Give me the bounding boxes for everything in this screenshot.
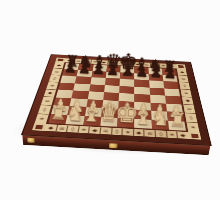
square-e1: ♚ bbox=[117, 118, 134, 128]
corner-motif bbox=[176, 64, 186, 69]
piece-white-pawn: ♟ bbox=[102, 100, 118, 117]
brass-clasp bbox=[109, 143, 117, 148]
square-g4 bbox=[150, 95, 166, 104]
square-e4 bbox=[119, 93, 135, 102]
chess-board: ◆≡◊∗◆≡◊∗◆≡◊∗◆ ◆≡◊∗◆≡◊∗◆≡◊∗◆ ◆≡◊∗◆≡◊∗ ◆≡◊… bbox=[22, 55, 210, 146]
square-c2: ♟ bbox=[84, 107, 102, 117]
brass-hinge bbox=[27, 138, 34, 143]
perspective-scene: ◆≡◊∗◆≡◊∗◆≡◊∗◆ ◆≡◊∗◆≡◊∗◆≡◊∗◆ ◆≡◊∗◆≡◊∗ ◆≡◊… bbox=[34, 12, 203, 191]
square-c4 bbox=[87, 91, 104, 100]
product-photo: ◆≡◊∗◆≡◊∗◆≡◊∗◆ ◆≡◊∗◆≡◊∗◆≡◊∗◆ ◆≡◊∗◆≡◊∗ ◆≡◊… bbox=[0, 0, 220, 200]
board-rotation-wrapper: ◆≡◊∗◆≡◊∗◆≡◊∗◆ ◆≡◊∗◆≡◊∗◆≡◊∗◆ ◆≡◊∗◆≡◊∗ ◆≡◊… bbox=[34, 6, 203, 185]
square-b2: ♟ bbox=[68, 106, 86, 116]
ornament-segment: ∗ bbox=[187, 122, 200, 132]
